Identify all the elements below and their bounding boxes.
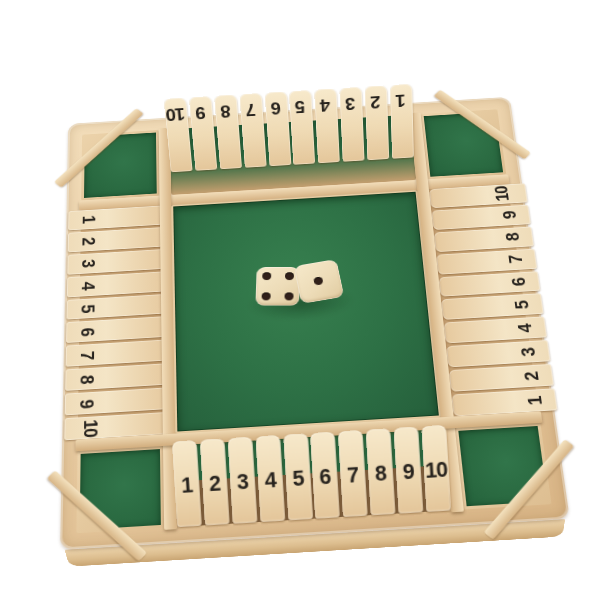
tile-east-8[interactable]: 8	[434, 226, 534, 251]
tile-number: 4	[78, 281, 96, 290]
tile-number: 1	[181, 474, 193, 496]
tile-row-west: 12345678910	[78, 206, 163, 440]
tile-row-north: 10987654321	[170, 115, 416, 195]
corner-felt-southwest	[76, 446, 164, 533]
tile-row-south: 12345678910	[176, 429, 451, 527]
tile-number: 3	[518, 347, 537, 356]
felt-well	[171, 190, 441, 434]
tile-east-2[interactable]: 2	[449, 364, 554, 392]
tile-north-7[interactable]: 7	[239, 93, 266, 168]
tile-west-10[interactable]: 10	[64, 412, 168, 440]
tile-number: 4	[515, 324, 534, 333]
tile-number: 2	[371, 93, 381, 111]
tile-south-2[interactable]: 2	[199, 438, 229, 525]
corner-felt-southeast	[455, 423, 552, 510]
tile-west-8[interactable]: 8	[65, 364, 167, 391]
tile-number: 7	[347, 464, 359, 486]
tile-number: 7	[77, 351, 95, 360]
tile-west-4[interactable]: 4	[67, 271, 166, 297]
tile-north-5[interactable]: 5	[289, 90, 315, 165]
tile-number: 10	[81, 419, 100, 437]
tile-west-2[interactable]: 2	[68, 227, 165, 252]
tile-number: 5	[512, 301, 531, 310]
tile-number: 10	[492, 186, 511, 202]
tile-number: 10	[425, 459, 448, 482]
tile-west-7[interactable]: 7	[66, 340, 167, 367]
tile-number: 9	[402, 461, 414, 483]
tile-number: 7	[506, 255, 525, 264]
tile-north-8[interactable]: 8	[214, 94, 242, 169]
tile-number: 6	[78, 327, 96, 336]
tile-number: 5	[296, 98, 306, 116]
tile-east-5[interactable]: 5	[441, 294, 544, 321]
tile-number: 8	[77, 374, 95, 383]
tile-north-1[interactable]: 1	[390, 84, 414, 159]
tile-south-5[interactable]: 5	[283, 433, 313, 520]
tile-south-4[interactable]: 4	[255, 435, 285, 522]
tile-number: 3	[236, 471, 248, 493]
tile-number: 5	[78, 304, 96, 313]
shut-the-box-board: 10987654321 12345678910	[60, 97, 570, 550]
die-left[interactable]	[255, 267, 300, 306]
tile-west-9[interactable]: 9	[65, 388, 168, 416]
tile-number: 7	[246, 101, 257, 119]
tile-east-4[interactable]: 4	[443, 317, 547, 344]
tile-west-3[interactable]: 3	[67, 249, 165, 275]
board-frame: 10987654321 12345678910	[76, 109, 551, 533]
tile-east-1[interactable]: 1	[451, 388, 557, 416]
tile-south-1[interactable]: 1	[172, 440, 202, 527]
tile-number: 6	[271, 99, 281, 117]
product-photo-stage: 10987654321 12345678910	[0, 0, 600, 600]
tile-east-6[interactable]: 6	[438, 271, 540, 297]
die-pip	[262, 272, 271, 280]
tile-number: 2	[79, 237, 97, 246]
tile-number: 8	[375, 462, 387, 484]
tile-number: 8	[503, 233, 522, 242]
tile-south-9[interactable]: 9	[393, 426, 423, 513]
tile-west-5[interactable]: 5	[66, 294, 166, 320]
die-pip	[314, 277, 324, 286]
tile-west-6[interactable]: 6	[66, 317, 167, 344]
tile-north-4[interactable]: 4	[314, 88, 340, 163]
felt-patch	[84, 133, 157, 198]
tile-south-8[interactable]: 8	[366, 428, 396, 515]
tile-number: 9	[196, 104, 207, 122]
die-pip	[284, 292, 293, 300]
tile-number: 1	[79, 215, 96, 224]
tile-south-7[interactable]: 7	[338, 430, 368, 517]
tile-number: 9	[77, 399, 96, 409]
tile-number: 2	[522, 371, 542, 381]
tile-number: 6	[509, 278, 528, 287]
tile-number: 4	[264, 469, 276, 491]
tile-north-6[interactable]: 6	[264, 91, 291, 166]
tile-row-east: 10987654321	[429, 184, 539, 416]
tile-number: 3	[79, 259, 97, 268]
tile-south-6[interactable]: 6	[310, 431, 340, 518]
corner-felt-northwest	[81, 130, 160, 201]
tile-number: 8	[221, 102, 232, 120]
tile-north-3[interactable]: 3	[340, 87, 365, 162]
tile-number: 5	[291, 467, 303, 489]
tile-number: 3	[346, 95, 356, 113]
tile-north-9[interactable]: 9	[189, 96, 217, 171]
perspective-scene: 10987654321 12345678910	[64, 70, 538, 544]
tile-number: 1	[525, 396, 545, 406]
tile-number: 2	[208, 472, 220, 494]
tile-number: 1	[396, 92, 406, 110]
tile-number: 4	[321, 96, 331, 114]
tile-east-3[interactable]: 3	[446, 340, 550, 367]
tile-north-2[interactable]: 2	[365, 85, 390, 160]
tile-number: 6	[319, 466, 331, 488]
tile-south-3[interactable]: 3	[227, 437, 257, 524]
corner-felt-northeast	[421, 109, 507, 179]
felt-patch	[458, 426, 548, 506]
die-left-top-face	[255, 267, 300, 306]
die-pip	[285, 272, 294, 280]
felt-patch	[80, 449, 161, 530]
tile-east-9[interactable]: 9	[431, 205, 531, 230]
tile-east-7[interactable]: 7	[436, 248, 537, 274]
tile-number: 9	[500, 211, 519, 220]
felt-playfield	[173, 192, 439, 432]
felt-patch	[424, 112, 503, 177]
tile-number: 10	[166, 105, 186, 124]
